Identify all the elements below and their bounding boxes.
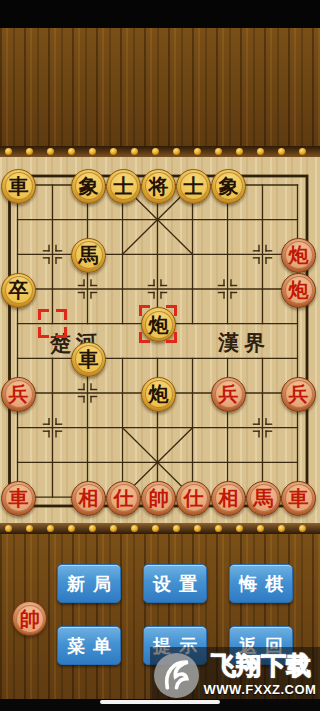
piece-e7-black-cannon[interactable]: 炮 bbox=[141, 377, 176, 412]
rail-stud bbox=[299, 525, 306, 532]
settings-button-label: 设置 bbox=[153, 572, 205, 596]
rail-stud bbox=[110, 525, 117, 532]
piece-c10-red-elephant[interactable]: 相 bbox=[71, 481, 106, 516]
piece-g10-red-elephant[interactable]: 相 bbox=[211, 481, 246, 516]
rail-stud bbox=[47, 148, 54, 155]
piece-c6-black-chariot[interactable]: 車 bbox=[71, 342, 106, 377]
rail-stud bbox=[26, 148, 33, 155]
new-game-button[interactable]: 新局 bbox=[57, 564, 121, 603]
watermark-title: 飞翔下载 bbox=[202, 649, 320, 682]
piece-h10-red-horse[interactable]: 馬 bbox=[246, 481, 281, 516]
rail-stud bbox=[152, 525, 159, 532]
turn-indicator-glyph: 帥 bbox=[20, 609, 40, 629]
piece-i3-red-cannon[interactable]: 炮 bbox=[281, 238, 316, 273]
piece-d1-black-advisor[interactable]: 士 bbox=[106, 169, 141, 204]
piece-a4-black-soldier[interactable]: 卒 bbox=[1, 273, 36, 308]
piece-a7-red-soldier[interactable]: 兵 bbox=[1, 377, 36, 412]
piece-e1-black-king[interactable]: 将 bbox=[141, 169, 176, 204]
piece-i4-red-cannon[interactable]: 炮 bbox=[281, 273, 316, 308]
status-bar bbox=[0, 0, 320, 28]
rail-stud bbox=[173, 148, 180, 155]
rail-stud bbox=[26, 525, 33, 532]
piece-e5-black-cannon[interactable]: 炮 bbox=[141, 307, 176, 342]
piece-c1-black-elephant[interactable]: 象 bbox=[71, 169, 106, 204]
piece-g1-black-elephant[interactable]: 象 bbox=[211, 169, 246, 204]
undo-button-label: 悔棋 bbox=[239, 572, 291, 596]
river-label-right: 漢界 bbox=[212, 329, 276, 356]
rail-stud bbox=[257, 148, 264, 155]
menu-button[interactable]: 菜单 bbox=[57, 626, 121, 665]
rail-stud bbox=[257, 525, 264, 532]
rail-stud bbox=[215, 525, 222, 532]
piece-f10-red-advisor[interactable]: 仕 bbox=[176, 481, 211, 516]
stud-rail-top bbox=[0, 146, 320, 157]
rail-stud bbox=[47, 525, 54, 532]
rail-stud bbox=[5, 148, 12, 155]
stud-rail-bottom bbox=[0, 523, 320, 534]
watermark-url: WWW.FXXZ.COM bbox=[200, 682, 320, 697]
piece-c3-black-horse[interactable]: 馬 bbox=[71, 238, 106, 273]
menu-button-label: 菜单 bbox=[67, 634, 119, 658]
rail-stud bbox=[236, 148, 243, 155]
rail-stud bbox=[194, 525, 201, 532]
piece-g7-red-soldier[interactable]: 兵 bbox=[211, 377, 246, 412]
piece-e10-red-king[interactable]: 帥 bbox=[141, 481, 176, 516]
rail-stud bbox=[68, 525, 75, 532]
piece-i10-red-chariot[interactable]: 車 bbox=[281, 481, 316, 516]
new-game-button-label: 新局 bbox=[67, 572, 119, 596]
rail-stud bbox=[278, 525, 285, 532]
rail-stud bbox=[89, 525, 96, 532]
watermark-bird-logo-icon bbox=[153, 652, 200, 699]
settings-button[interactable]: 设置 bbox=[143, 564, 207, 603]
wood-background-top bbox=[0, 28, 320, 148]
rail-stud bbox=[278, 148, 285, 155]
rail-stud bbox=[236, 525, 243, 532]
rail-stud bbox=[5, 525, 12, 532]
rail-stud bbox=[215, 148, 222, 155]
rail-stud bbox=[152, 148, 159, 155]
rail-stud bbox=[110, 148, 117, 155]
undo-button[interactable]: 悔棋 bbox=[229, 564, 293, 603]
xiangqi-app-screen: 楚河 漢界 車象士将士象馬炮卒炮炮車兵炮兵兵車相仕帥仕相馬車 新局 设置 悔棋 … bbox=[0, 0, 320, 711]
piece-a1-black-chariot[interactable]: 車 bbox=[1, 169, 36, 204]
piece-d10-red-advisor[interactable]: 仕 bbox=[106, 481, 141, 516]
watermark: 飞翔下载 WWW.FXXZ.COM bbox=[150, 647, 320, 704]
turn-indicator-red-king: 帥 bbox=[12, 601, 47, 636]
rail-stud bbox=[173, 525, 180, 532]
rail-stud bbox=[194, 148, 201, 155]
home-indicator[interactable] bbox=[100, 700, 220, 704]
piece-a10-red-chariot[interactable]: 車 bbox=[1, 481, 36, 516]
rail-stud bbox=[131, 148, 138, 155]
rail-stud bbox=[131, 525, 138, 532]
rail-stud bbox=[89, 148, 96, 155]
rail-stud bbox=[299, 148, 306, 155]
piece-i7-red-soldier[interactable]: 兵 bbox=[281, 377, 316, 412]
piece-f1-black-advisor[interactable]: 士 bbox=[176, 169, 211, 204]
rail-stud bbox=[68, 148, 75, 155]
